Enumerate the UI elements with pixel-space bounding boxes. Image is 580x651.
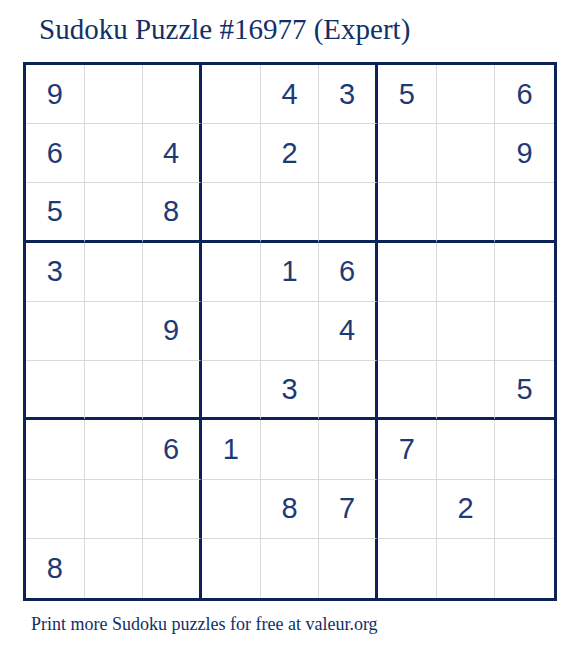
cell-r8c2-empty[interactable] [85,480,144,539]
cell-r2c4-empty[interactable] [202,124,261,183]
cell-r8c9-empty[interactable] [495,480,554,539]
cell-r1c1-given-9[interactable]: 9 [26,65,85,124]
cell-r5c6-given-4[interactable]: 4 [319,302,378,361]
cell-r9c5-empty[interactable] [261,539,320,598]
cell-r4c2-empty[interactable] [85,243,144,302]
cell-r9c7-empty[interactable] [378,539,437,598]
cell-r5c8-empty[interactable] [437,302,496,361]
cell-r6c6-empty[interactable] [319,361,378,420]
cell-r9c2-empty[interactable] [85,539,144,598]
page-title: Sudoku Puzzle #16977 (Expert) [39,13,410,46]
cell-r6c3-empty[interactable] [143,361,202,420]
cell-r1c4-empty[interactable] [202,65,261,124]
cell-r6c2-empty[interactable] [85,361,144,420]
cell-r4c3-empty[interactable] [143,243,202,302]
cell-r3c3-given-8[interactable]: 8 [143,183,202,242]
cell-r7c3-given-6[interactable]: 6 [143,420,202,479]
cell-r2c6-empty[interactable] [319,124,378,183]
cell-r5c2-empty[interactable] [85,302,144,361]
cell-r2c2-empty[interactable] [85,124,144,183]
cell-r1c8-empty[interactable] [437,65,496,124]
cell-r3c2-empty[interactable] [85,183,144,242]
cell-r8c6-given-7[interactable]: 7 [319,480,378,539]
cell-r7c6-empty[interactable] [319,420,378,479]
cell-r9c9-empty[interactable] [495,539,554,598]
cell-r1c3-empty[interactable] [143,65,202,124]
cell-r1c2-empty[interactable] [85,65,144,124]
sudoku-grid: 9435664295831694356178728 [23,62,557,601]
cell-r5c4-empty[interactable] [202,302,261,361]
cell-r5c5-empty[interactable] [261,302,320,361]
cell-r4c5-given-1[interactable]: 1 [261,243,320,302]
cell-r3c6-empty[interactable] [319,183,378,242]
cell-r1c6-given-3[interactable]: 3 [319,65,378,124]
cell-r5c3-given-9[interactable]: 9 [143,302,202,361]
cell-r3c7-empty[interactable] [378,183,437,242]
cell-r8c5-given-8[interactable]: 8 [261,480,320,539]
footer-text: Print more Sudoku puzzles for free at va… [31,614,378,635]
cell-r8c3-empty[interactable] [143,480,202,539]
cell-r1c7-given-5[interactable]: 5 [378,65,437,124]
cell-r6c1-empty[interactable] [26,361,85,420]
cell-r6c5-given-3[interactable]: 3 [261,361,320,420]
cell-r8c8-given-2[interactable]: 2 [437,480,496,539]
cell-r4c7-empty[interactable] [378,243,437,302]
cell-r2c5-given-2[interactable]: 2 [261,124,320,183]
sudoku-page: Sudoku Puzzle #16977 (Expert) 9435664295… [0,0,580,651]
cell-r2c7-empty[interactable] [378,124,437,183]
cell-r3c5-empty[interactable] [261,183,320,242]
cell-r6c8-empty[interactable] [437,361,496,420]
cell-r7c1-empty[interactable] [26,420,85,479]
cell-r7c9-empty[interactable] [495,420,554,479]
cell-r5c1-empty[interactable] [26,302,85,361]
cell-r6c7-empty[interactable] [378,361,437,420]
cell-r1c5-given-4[interactable]: 4 [261,65,320,124]
cell-r4c1-given-3[interactable]: 3 [26,243,85,302]
cell-r4c8-empty[interactable] [437,243,496,302]
cell-r9c4-empty[interactable] [202,539,261,598]
cell-r8c7-empty[interactable] [378,480,437,539]
cell-r3c1-given-5[interactable]: 5 [26,183,85,242]
cell-r6c4-empty[interactable] [202,361,261,420]
cell-r4c6-given-6[interactable]: 6 [319,243,378,302]
cell-r7c8-empty[interactable] [437,420,496,479]
cell-r5c7-empty[interactable] [378,302,437,361]
cell-r9c6-empty[interactable] [319,539,378,598]
cell-r2c1-given-6[interactable]: 6 [26,124,85,183]
cell-r5c9-empty[interactable] [495,302,554,361]
cell-r2c8-empty[interactable] [437,124,496,183]
cell-r9c8-empty[interactable] [437,539,496,598]
cell-r3c9-empty[interactable] [495,183,554,242]
cell-r4c4-empty[interactable] [202,243,261,302]
cell-r7c2-empty[interactable] [85,420,144,479]
cell-r9c1-given-8[interactable]: 8 [26,539,85,598]
cell-r7c5-empty[interactable] [261,420,320,479]
cell-r7c4-given-1[interactable]: 1 [202,420,261,479]
cell-r2c9-given-9[interactable]: 9 [495,124,554,183]
cell-r7c7-given-7[interactable]: 7 [378,420,437,479]
cell-r3c8-empty[interactable] [437,183,496,242]
cell-r1c9-given-6[interactable]: 6 [495,65,554,124]
cell-r2c3-given-4[interactable]: 4 [143,124,202,183]
cell-r4c9-empty[interactable] [495,243,554,302]
cell-r8c1-empty[interactable] [26,480,85,539]
cell-r9c3-empty[interactable] [143,539,202,598]
cell-r8c4-empty[interactable] [202,480,261,539]
cell-r3c4-empty[interactable] [202,183,261,242]
cell-r6c9-given-5[interactable]: 5 [495,361,554,420]
